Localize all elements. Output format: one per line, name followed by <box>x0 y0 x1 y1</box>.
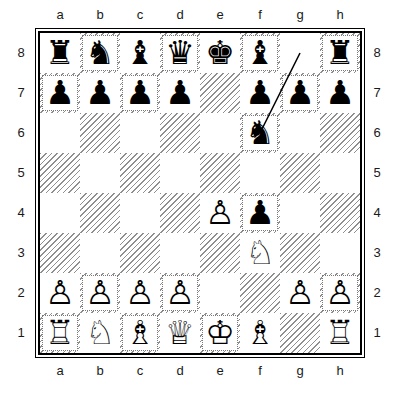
square-a1[interactable]: ♖ <box>40 313 80 353</box>
square-c5[interactable] <box>120 153 160 193</box>
rank-label-right-7: 7 <box>366 73 388 113</box>
rank-label-left-8: 8 <box>10 33 32 73</box>
square-c8[interactable]: ♝ <box>120 33 160 73</box>
piece-black-knight-f6[interactable]: ♞ <box>240 113 280 153</box>
square-g5[interactable] <box>280 153 320 193</box>
square-g8[interactable] <box>280 33 320 73</box>
square-e6[interactable] <box>200 113 240 153</box>
square-g3[interactable] <box>280 233 320 273</box>
piece-white-queen-d1[interactable]: ♕ <box>160 313 200 353</box>
square-e8[interactable]: ♚ <box>200 33 240 73</box>
piece-white-pawn-h2[interactable]: ♙ <box>320 273 360 313</box>
square-c7[interactable]: ♟ <box>120 73 160 113</box>
piece-white-pawn-g2[interactable]: ♙ <box>280 273 320 313</box>
square-c4[interactable] <box>120 193 160 233</box>
piece-white-pawn-e4[interactable]: ♙ <box>200 193 240 233</box>
chess-diagram: ♜♞♝♛♚♝♜♟♟♟♟♟♟♟♞♙♟♘♙♙♙♙♙♙♖♘♗♕♔♗♖ aabbccdd… <box>0 0 398 399</box>
file-label-top-a: a <box>40 6 80 24</box>
rank-label-left-6: 6 <box>10 113 32 153</box>
rank-label-left-5: 5 <box>10 153 32 193</box>
piece-white-rook-a1[interactable]: ♖ <box>40 313 80 353</box>
square-e1[interactable]: ♔ <box>200 313 240 353</box>
square-d4[interactable] <box>160 193 200 233</box>
square-h2[interactable]: ♙ <box>320 273 360 313</box>
file-label-top-e: e <box>200 6 240 24</box>
piece-black-pawn-f7[interactable]: ♟ <box>240 73 280 113</box>
square-c2[interactable]: ♙ <box>120 273 160 313</box>
square-e3[interactable] <box>200 233 240 273</box>
piece-black-rook-a8[interactable]: ♜ <box>40 33 80 73</box>
square-h6[interactable] <box>320 113 360 153</box>
piece-black-king-e8[interactable]: ♚ <box>200 33 240 73</box>
square-f1[interactable]: ♗ <box>240 313 280 353</box>
square-b8[interactable]: ♞ <box>80 33 120 73</box>
piece-white-pawn-b2[interactable]: ♙ <box>80 273 120 313</box>
square-d2[interactable]: ♙ <box>160 273 200 313</box>
file-label-top-d: d <box>160 6 200 24</box>
file-label-bottom-c: c <box>120 362 160 380</box>
rank-label-right-5: 5 <box>366 153 388 193</box>
piece-black-pawn-c7[interactable]: ♟ <box>120 73 160 113</box>
rank-label-right-4: 4 <box>366 193 388 233</box>
piece-black-pawn-d7[interactable]: ♟ <box>160 73 200 113</box>
square-d3[interactable] <box>160 233 200 273</box>
rank-label-right-8: 8 <box>366 33 388 73</box>
square-f7[interactable]: ♟ <box>240 73 280 113</box>
square-d7[interactable]: ♟ <box>160 73 200 113</box>
square-a3[interactable] <box>40 233 80 273</box>
file-label-top-f: f <box>240 6 280 24</box>
file-label-top-b: b <box>80 6 120 24</box>
square-a6[interactable] <box>40 113 80 153</box>
file-label-bottom-g: g <box>280 362 320 380</box>
square-f8[interactable]: ♝ <box>240 33 280 73</box>
square-f4[interactable]: ♟ <box>240 193 280 233</box>
piece-white-knight-b1[interactable]: ♘ <box>80 313 120 353</box>
piece-white-pawn-c2[interactable]: ♙ <box>120 273 160 313</box>
square-h8[interactable]: ♜ <box>320 33 360 73</box>
piece-black-bishop-f8[interactable]: ♝ <box>240 33 280 73</box>
square-b3[interactable] <box>80 233 120 273</box>
square-e4[interactable]: ♙ <box>200 193 240 233</box>
file-label-top-c: c <box>120 6 160 24</box>
rank-label-left-7: 7 <box>10 73 32 113</box>
square-d6[interactable] <box>160 113 200 153</box>
square-g6[interactable] <box>280 113 320 153</box>
square-a4[interactable] <box>40 193 80 233</box>
square-g1[interactable] <box>280 313 320 353</box>
piece-black-queen-d8[interactable]: ♛ <box>160 33 200 73</box>
square-a5[interactable] <box>40 153 80 193</box>
rank-label-right-1: 1 <box>366 313 388 353</box>
square-b4[interactable] <box>80 193 120 233</box>
rank-label-right-2: 2 <box>366 273 388 313</box>
square-b6[interactable] <box>80 113 120 153</box>
square-b5[interactable] <box>80 153 120 193</box>
file-label-bottom-f: f <box>240 362 280 380</box>
square-h7[interactable]: ♟ <box>320 73 360 113</box>
square-g7[interactable]: ♟ <box>280 73 320 113</box>
piece-black-pawn-b7[interactable]: ♟ <box>80 73 120 113</box>
rank-label-left-1: 1 <box>10 313 32 353</box>
rank-label-right-3: 3 <box>366 233 388 273</box>
square-f2[interactable] <box>240 273 280 313</box>
board-frame: ♜♞♝♛♚♝♜♟♟♟♟♟♟♟♞♙♟♘♙♙♙♙♙♙♖♘♗♕♔♗♖ <box>35 28 365 358</box>
square-h1[interactable]: ♖ <box>320 313 360 353</box>
piece-white-pawn-d2[interactable]: ♙ <box>160 273 200 313</box>
rank-label-right-6: 6 <box>366 113 388 153</box>
square-d8[interactable]: ♛ <box>160 33 200 73</box>
square-c3[interactable] <box>120 233 160 273</box>
piece-white-bishop-f1[interactable]: ♗ <box>240 313 280 353</box>
file-label-top-h: h <box>320 6 360 24</box>
square-f3[interactable]: ♘ <box>240 233 280 273</box>
square-f6[interactable]: ♞ <box>240 113 280 153</box>
square-a8[interactable]: ♜ <box>40 33 80 73</box>
square-b7[interactable]: ♟ <box>80 73 120 113</box>
file-label-bottom-a: a <box>40 362 80 380</box>
square-b2[interactable]: ♙ <box>80 273 120 313</box>
rank-label-left-4: 4 <box>10 193 32 233</box>
file-label-bottom-e: e <box>200 362 240 380</box>
square-e5[interactable] <box>200 153 240 193</box>
square-h3[interactable] <box>320 233 360 273</box>
piece-white-pawn-a2[interactable]: ♙ <box>40 273 80 313</box>
file-label-bottom-b: b <box>80 362 120 380</box>
rank-label-left-3: 3 <box>10 233 32 273</box>
piece-white-bishop-c1[interactable]: ♗ <box>120 313 160 353</box>
square-d5[interactable] <box>160 153 200 193</box>
square-h4[interactable] <box>320 193 360 233</box>
square-d1[interactable]: ♕ <box>160 313 200 353</box>
piece-black-rook-h8[interactable]: ♜ <box>320 33 360 73</box>
piece-white-rook-h1[interactable]: ♖ <box>320 313 360 353</box>
piece-white-king-e1[interactable]: ♔ <box>200 313 240 353</box>
square-e2[interactable] <box>200 273 240 313</box>
square-g4[interactable] <box>280 193 320 233</box>
square-a2[interactable]: ♙ <box>40 273 80 313</box>
board-inner-border: ♜♞♝♛♚♝♜♟♟♟♟♟♟♟♞♙♟♘♙♙♙♙♙♙♖♘♗♕♔♗♖ <box>38 31 362 355</box>
piece-black-pawn-g7[interactable]: ♟ <box>280 73 320 113</box>
square-h5[interactable] <box>320 153 360 193</box>
square-e7[interactable] <box>200 73 240 113</box>
piece-black-knight-b8[interactable]: ♞ <box>80 33 120 73</box>
square-a7[interactable]: ♟ <box>40 73 80 113</box>
square-c6[interactable] <box>120 113 160 153</box>
piece-black-pawn-f4[interactable]: ♟ <box>240 193 280 233</box>
file-label-bottom-d: d <box>160 362 200 380</box>
square-c1[interactable]: ♗ <box>120 313 160 353</box>
chessboard: ♜♞♝♛♚♝♜♟♟♟♟♟♟♟♞♙♟♘♙♙♙♙♙♙♖♘♗♕♔♗♖ <box>40 33 360 353</box>
square-g2[interactable]: ♙ <box>280 273 320 313</box>
square-b1[interactable]: ♘ <box>80 313 120 353</box>
file-label-bottom-h: h <box>320 362 360 380</box>
file-label-top-g: g <box>280 6 320 24</box>
square-f5[interactable] <box>240 153 280 193</box>
piece-white-knight-f3[interactable]: ♘ <box>240 233 280 273</box>
piece-black-bishop-c8[interactable]: ♝ <box>120 33 160 73</box>
piece-black-pawn-h7[interactable]: ♟ <box>320 73 360 113</box>
rank-label-left-2: 2 <box>10 273 32 313</box>
piece-black-pawn-a7[interactable]: ♟ <box>40 73 80 113</box>
